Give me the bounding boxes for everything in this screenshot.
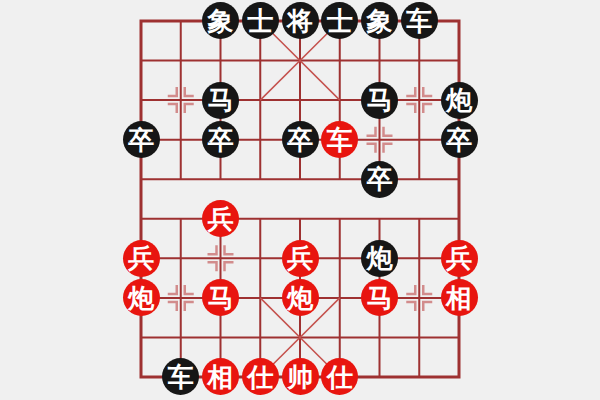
piece-red-soldier-1[interactable]: 兵: [123, 240, 160, 277]
piece-black-soldier-3[interactable]: 卒: [202, 121, 239, 158]
piece-red-elephant-right[interactable]: 相: [441, 279, 478, 316]
piece-black-advisor-right[interactable]: 士: [321, 2, 358, 39]
piece-red-cannon-right[interactable]: 炮: [282, 279, 319, 316]
piece-red-soldier-5[interactable]: 兵: [282, 240, 319, 277]
piece-red-soldier-9[interactable]: 兵: [441, 240, 478, 277]
piece-black-horse-left[interactable]: 马: [202, 82, 239, 119]
piece-black-general[interactable]: 将: [282, 2, 319, 39]
piece-red-soldier-3[interactable]: 兵: [202, 200, 239, 237]
piece-black-cannon-right[interactable]: 炮: [441, 82, 478, 119]
piece-red-elephant-left[interactable]: 相: [202, 358, 239, 395]
xiangqi-board: 象士将士象车马马炮卒卒卒车卒卒兵兵兵炮兵炮马炮马相车相仕帅仕: [0, 0, 600, 400]
piece-black-soldier-5[interactable]: 卒: [282, 121, 319, 158]
piece-black-advisor-left[interactable]: 士: [242, 2, 279, 39]
piece-black-elephant-right[interactable]: 象: [361, 2, 398, 39]
piece-red-horse-right[interactable]: 马: [361, 279, 398, 316]
piece-black-elephant-left[interactable]: 象: [202, 2, 239, 39]
piece-black-horse-right[interactable]: 马: [361, 82, 398, 119]
pieces-layer: 象士将士象车马马炮卒卒卒车卒卒兵兵兵炮兵炮马炮马相车相仕帅仕: [121, 1, 479, 396]
piece-red-general[interactable]: 帅: [282, 358, 319, 395]
piece-black-soldier-9[interactable]: 卒: [441, 121, 478, 158]
piece-red-cannon-left[interactable]: 炮: [123, 279, 160, 316]
piece-red-chariot[interactable]: 车: [321, 121, 358, 158]
piece-black-soldier-7[interactable]: 卒: [361, 161, 398, 198]
piece-red-advisor-right[interactable]: 仕: [321, 358, 358, 395]
piece-red-advisor-left[interactable]: 仕: [242, 358, 279, 395]
piece-black-cannon-left[interactable]: 炮: [361, 240, 398, 277]
piece-black-chariot-left[interactable]: 车: [162, 358, 199, 395]
piece-red-horse-left[interactable]: 马: [202, 279, 239, 316]
piece-black-chariot-right[interactable]: 车: [401, 2, 438, 39]
piece-black-soldier-1[interactable]: 卒: [123, 121, 160, 158]
